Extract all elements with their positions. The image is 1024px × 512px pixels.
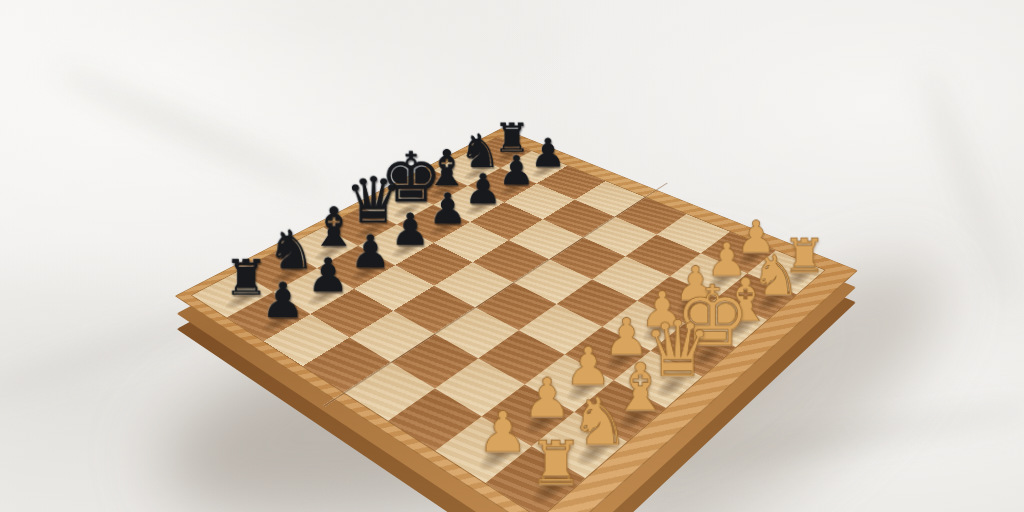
square-a1[interactable]: ♜ — [486, 446, 585, 512]
chess-board-scene: ♜♞♝♛♚♝♞♜♟♟♟♟♟♟♟♟♟♟♟♟♟♟♟♟♜♞♝♛♚♝♞♜ — [281, 40, 763, 512]
piece-black-pawn[interactable]: ♟ — [211, 276, 354, 324]
board-grid: ♜♞♝♛♚♝♞♜♟♟♟♟♟♟♟♟♟♟♟♟♟♟♟♟♜♞♝♛♚♝♞♜ — [192, 137, 824, 512]
fabric-background: ♜♞♝♛♚♝♞♜♟♟♟♟♟♟♟♟♟♟♟♟♟♟♟♟♜♞♝♛♚♝♞♜ — [0, 0, 1024, 512]
square-a7[interactable]: ♟ — [227, 292, 310, 341]
piece-white-rook[interactable]: ♜ — [469, 432, 642, 493]
